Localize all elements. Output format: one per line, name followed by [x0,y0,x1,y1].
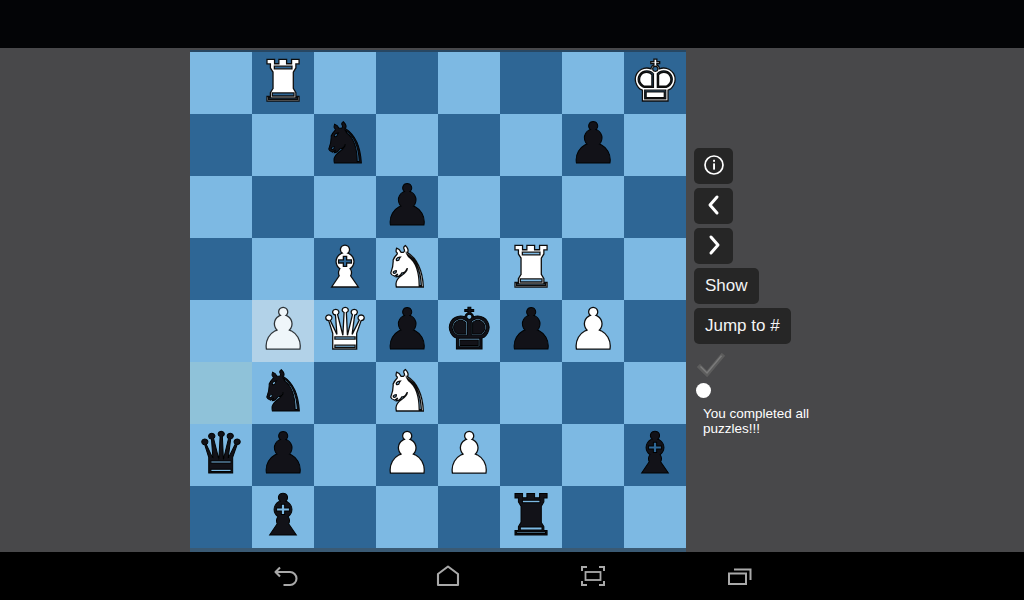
square-e3[interactable] [438,362,500,424]
recent-apps-button[interactable] [720,560,760,592]
piece-black-bishop-b1: ♝ [257,486,308,546]
piece-white-pawn-g4: ♟ [567,300,618,360]
square-b5[interactable] [252,238,314,300]
square-b1[interactable]: ♝ [252,486,314,548]
piece-white-rook-f5: ♜ [505,238,556,298]
square-a5[interactable] [190,238,252,300]
chevron-right-icon [702,232,726,261]
square-f4[interactable]: ♟ [500,300,562,362]
piece-white-pawn-d2: ♟ [381,424,432,484]
square-h5[interactable] [624,238,686,300]
chess-board: ♜♚♞♟♟♝♞♜♟♛♟♚♟♟♞♞♛♟♟♟♝♝♜ [190,52,686,548]
puzzle-control-panel: Show Jump to # You completed all puzzles… [694,148,904,436]
square-b8[interactable]: ♜ [252,52,314,114]
square-e5[interactable] [438,238,500,300]
square-h8[interactable]: ♚ [624,52,686,114]
square-b6[interactable] [252,176,314,238]
completion-message-line2: puzzles!!! [703,421,809,436]
square-d5[interactable]: ♞ [376,238,438,300]
square-h2[interactable]: ♝ [624,424,686,486]
piece-black-pawn-d4: ♟ [381,300,432,360]
app-screen: ♜♚♞♟♟♝♞♜♟♛♟♚♟♟♞♞♛♟♟♟♝♝♜ [0,0,1024,600]
recent-apps-icon [724,563,756,589]
piece-black-knight-c7: ♞ [319,114,370,174]
square-a6[interactable] [190,176,252,238]
square-h6[interactable] [624,176,686,238]
square-a1[interactable] [190,486,252,548]
square-b3[interactable]: ♞ [252,362,314,424]
square-a2[interactable]: ♛ [190,424,252,486]
square-a3[interactable] [190,362,252,424]
piece-black-queen-a2: ♛ [195,424,246,484]
square-d4[interactable]: ♟ [376,300,438,362]
piece-black-pawn-g7: ♟ [567,114,618,174]
square-g5[interactable] [562,238,624,300]
show-button-label: Show [705,276,748,296]
back-icon [271,563,301,589]
status-dot [696,383,711,398]
square-d1[interactable] [376,486,438,548]
square-c2[interactable] [314,424,376,486]
fullscreen-icon [577,563,609,589]
check-icon [696,365,726,382]
square-h3[interactable] [624,362,686,424]
square-d7[interactable] [376,114,438,176]
square-b2[interactable]: ♟ [252,424,314,486]
square-c7[interactable]: ♞ [314,114,376,176]
square-b7[interactable] [252,114,314,176]
square-g4[interactable]: ♟ [562,300,624,362]
square-c8[interactable] [314,52,376,114]
status-bar [0,0,1024,48]
home-button[interactable] [428,560,468,592]
fullscreen-button[interactable] [573,560,613,592]
square-g2[interactable] [562,424,624,486]
previous-puzzle-button[interactable] [694,188,733,224]
square-g3[interactable] [562,362,624,424]
square-g1[interactable] [562,486,624,548]
jump-to-number-button[interactable]: Jump to # [694,308,791,344]
square-e4[interactable]: ♚ [438,300,500,362]
piece-white-knight-d5: ♞ [381,238,432,298]
square-a8[interactable] [190,52,252,114]
back-button[interactable] [266,560,306,592]
chess-board-frame: ♜♚♞♟♟♝♞♜♟♛♟♚♟♟♞♞♛♟♟♟♝♝♜ [190,50,686,552]
square-e2[interactable]: ♟ [438,424,500,486]
piece-black-king-e4: ♚ [443,300,494,360]
square-a7[interactable] [190,114,252,176]
square-g7[interactable]: ♟ [562,114,624,176]
home-icon [432,563,464,589]
square-f2[interactable] [500,424,562,486]
square-f7[interactable] [500,114,562,176]
piece-black-pawn-f4: ♟ [505,300,556,360]
square-d6[interactable]: ♟ [376,176,438,238]
square-h4[interactable] [624,300,686,362]
square-e6[interactable] [438,176,500,238]
square-e1[interactable] [438,486,500,548]
square-h1[interactable] [624,486,686,548]
piece-black-bishop-h2: ♝ [629,424,680,484]
square-g8[interactable] [562,52,624,114]
piece-white-bishop-c5: ♝ [319,238,370,298]
square-d2[interactable]: ♟ [376,424,438,486]
next-puzzle-button[interactable] [694,228,733,264]
piece-white-queen-c4: ♛ [319,300,370,360]
piece-black-pawn-b2: ♟ [257,424,308,484]
square-f5[interactable]: ♜ [500,238,562,300]
show-button[interactable]: Show [694,268,759,304]
square-c1[interactable] [314,486,376,548]
square-a4[interactable] [190,300,252,362]
completion-message: You completed all puzzles!!! [703,406,809,436]
piece-white-king-h8: ♚ [629,52,680,112]
square-f8[interactable] [500,52,562,114]
completion-message-line1: You completed all [703,406,809,421]
completed-check [696,353,726,379]
square-f1[interactable]: ♜ [500,486,562,548]
piece-black-rook-f1: ♜ [505,486,556,546]
jump-to-number-label: Jump to # [705,316,780,336]
square-d3[interactable]: ♞ [376,362,438,424]
android-navigation-bar [0,552,1024,600]
square-c5[interactable]: ♝ [314,238,376,300]
square-g6[interactable] [562,176,624,238]
piece-white-pawn-b4: ♟ [257,300,308,360]
square-f6[interactable] [500,176,562,238]
square-c4[interactable]: ♛ [314,300,376,362]
square-f3[interactable] [500,362,562,424]
square-e8[interactable] [438,52,500,114]
info-icon [701,152,727,181]
piece-white-knight-d3: ♞ [381,362,432,422]
square-c6[interactable] [314,176,376,238]
square-d8[interactable] [376,52,438,114]
square-e7[interactable] [438,114,500,176]
chevron-left-icon [702,192,726,221]
piece-white-rook-b8: ♜ [257,52,308,112]
info-button[interactable] [694,148,733,184]
square-h7[interactable] [624,114,686,176]
square-b4[interactable]: ♟ [252,300,314,362]
piece-black-knight-b3: ♞ [257,362,308,422]
piece-black-pawn-d6: ♟ [381,176,432,236]
square-c3[interactable] [314,362,376,424]
piece-white-pawn-e2: ♟ [443,424,494,484]
